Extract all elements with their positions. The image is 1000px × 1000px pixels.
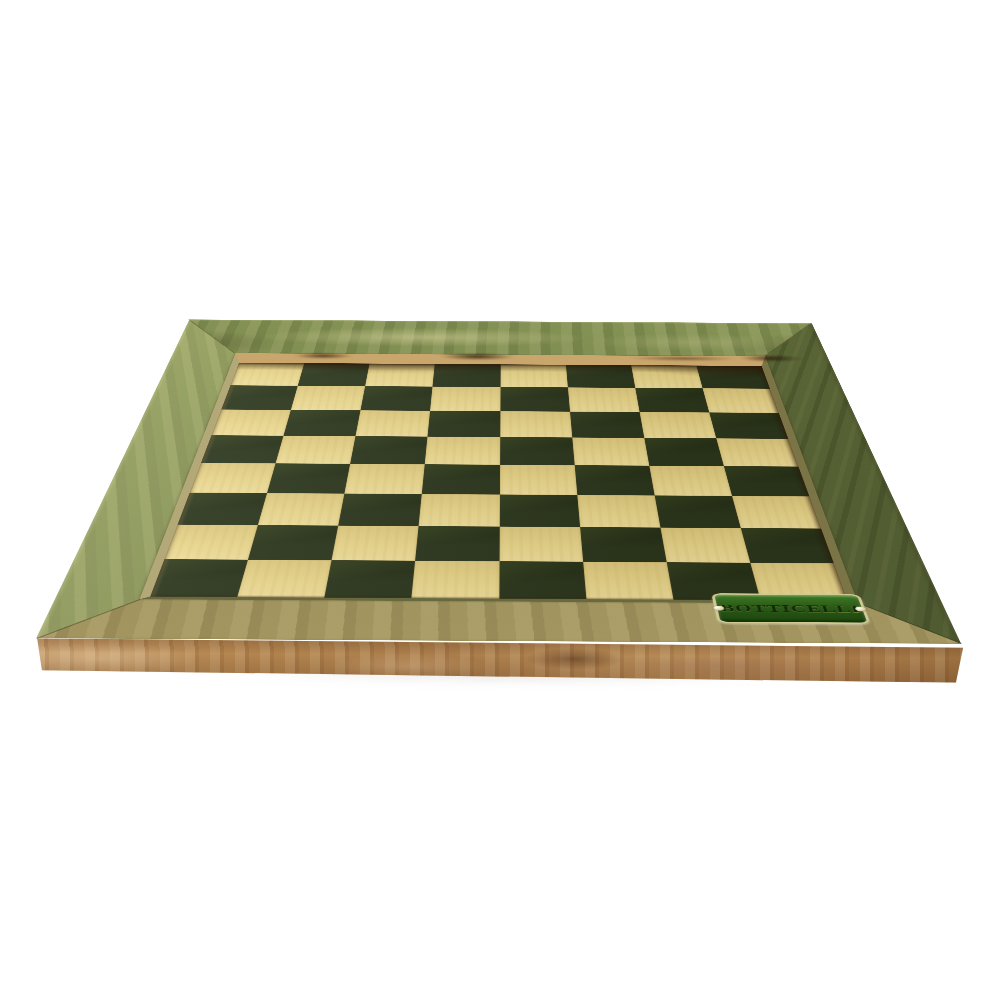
square-e3 bbox=[499, 495, 579, 528]
square-f7 bbox=[568, 387, 640, 412]
square-c7 bbox=[361, 386, 433, 411]
square-a6 bbox=[211, 409, 290, 435]
square-d5 bbox=[425, 437, 500, 465]
square-b8 bbox=[298, 363, 370, 386]
square-d7 bbox=[430, 387, 500, 412]
square-h8 bbox=[696, 366, 770, 389]
square-c8 bbox=[365, 364, 435, 387]
plaque-pin-left bbox=[713, 606, 725, 611]
square-g2 bbox=[660, 528, 750, 563]
square-c1 bbox=[325, 560, 416, 598]
square-a3 bbox=[178, 493, 268, 525]
square-g5 bbox=[644, 438, 724, 466]
square-b7 bbox=[291, 386, 365, 411]
square-g6 bbox=[639, 412, 716, 438]
square-d1 bbox=[412, 561, 499, 599]
board-scene: BOTTICELLI bbox=[0, 0, 1000, 1000]
board-inner-bevel bbox=[140, 353, 859, 603]
square-b2 bbox=[248, 525, 338, 560]
square-f3 bbox=[577, 495, 660, 528]
square-c3 bbox=[338, 494, 422, 527]
square-g4 bbox=[649, 466, 732, 496]
brand-plaque: BOTTICELLI bbox=[711, 593, 871, 624]
square-b3 bbox=[258, 493, 345, 526]
square-d2 bbox=[415, 526, 499, 561]
square-e6 bbox=[500, 411, 572, 437]
square-g8 bbox=[631, 365, 703, 388]
square-e7 bbox=[500, 387, 570, 412]
square-f2 bbox=[580, 527, 667, 562]
square-d3 bbox=[419, 494, 500, 527]
square-d4 bbox=[422, 464, 500, 494]
square-f4 bbox=[574, 465, 654, 495]
square-h3 bbox=[732, 496, 821, 529]
square-c5 bbox=[350, 436, 427, 464]
square-a2 bbox=[164, 525, 258, 560]
square-c2 bbox=[332, 526, 419, 561]
square-h6 bbox=[709, 412, 788, 438]
square-f8 bbox=[566, 365, 635, 388]
square-g3 bbox=[654, 495, 740, 528]
square-f6 bbox=[570, 412, 644, 438]
square-d6 bbox=[428, 411, 500, 437]
square-e8 bbox=[500, 364, 567, 387]
square-h2 bbox=[741, 528, 834, 563]
square-a4 bbox=[190, 463, 276, 493]
square-a1 bbox=[150, 559, 248, 597]
square-e1 bbox=[499, 561, 586, 599]
square-e2 bbox=[499, 527, 583, 562]
chess-board: BOTTICELLI bbox=[36, 319, 961, 643]
square-e5 bbox=[500, 437, 575, 465]
square-a5 bbox=[201, 435, 284, 463]
square-b1 bbox=[237, 560, 331, 598]
square-f1 bbox=[583, 562, 673, 600]
square-a7 bbox=[221, 385, 298, 410]
square-h4 bbox=[724, 466, 810, 496]
square-b4 bbox=[267, 463, 350, 493]
square-e4 bbox=[500, 465, 577, 495]
square-h7 bbox=[703, 388, 779, 413]
square-g7 bbox=[635, 388, 709, 413]
square-f5 bbox=[572, 437, 649, 465]
product-photo-background: BOTTICELLI bbox=[0, 0, 1000, 1000]
checkerboard-grid bbox=[150, 363, 847, 601]
square-a8 bbox=[230, 363, 304, 386]
square-h5 bbox=[716, 438, 798, 466]
square-b6 bbox=[284, 410, 361, 436]
square-d8 bbox=[433, 364, 501, 387]
plaque-label: BOTTICELLI bbox=[719, 602, 862, 615]
square-c4 bbox=[345, 464, 425, 494]
square-c6 bbox=[356, 410, 431, 436]
square-b5 bbox=[276, 436, 356, 464]
